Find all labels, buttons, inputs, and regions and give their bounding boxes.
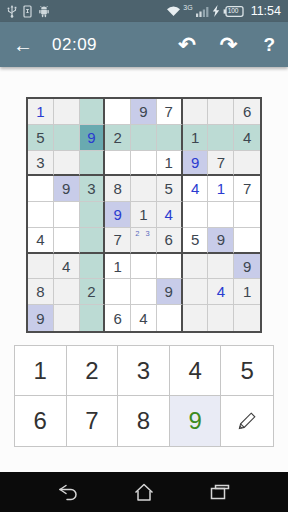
battery-level: 100 (228, 7, 239, 14)
sudoku-cell-r5c7[interactable] (183, 202, 209, 228)
sudoku-cell-r4c8[interactable]: 1 (208, 176, 234, 202)
sudoku-cell-r2c7[interactable]: 1 (183, 125, 209, 151)
sudoku-cell-r5c4[interactable]: 9 (105, 202, 131, 228)
game-timer: 02:09 (52, 35, 97, 55)
sudoku-cell-r8c2[interactable] (54, 279, 80, 305)
sudoku-cell-r2c2[interactable] (54, 125, 80, 151)
usb-icon (7, 5, 17, 18)
pencil-key[interactable] (221, 396, 273, 446)
sudoku-cell-r9c5[interactable]: 4 (131, 305, 157, 331)
sudoku-cell-r3c3[interactable] (80, 151, 106, 177)
sudoku-cell-r2c1[interactable]: 5 (28, 125, 54, 151)
status-time: 11:54 (251, 4, 281, 18)
sudoku-cell-r8c8[interactable]: 4 (208, 279, 234, 305)
nav-recents-button[interactable] (200, 472, 240, 512)
pencil-notes: 2 3 (131, 229, 156, 238)
sudoku-cell-r3c7[interactable]: 9 (183, 151, 209, 177)
sudoku-cell-r7c6[interactable] (157, 254, 183, 280)
sudoku-cell-r8c9[interactable]: 1 (234, 279, 260, 305)
android-nav-bar (0, 472, 288, 512)
sudoku-cell-r2c6[interactable] (157, 125, 183, 151)
sudoku-cell-r8c3[interactable]: 2 (80, 279, 106, 305)
sudoku-cell-r3c8[interactable]: 7 (208, 151, 234, 177)
sudoku-cell-r6c3[interactable] (80, 228, 106, 254)
sudoku-cell-r7c1[interactable] (28, 254, 54, 280)
sudoku-cell-r2c5[interactable] (131, 125, 157, 151)
sudoku-cell-r9c2[interactable] (54, 305, 80, 331)
keypad-key-2[interactable]: 2 (67, 346, 119, 396)
sudoku-cell-r5c1[interactable] (28, 202, 54, 228)
sudoku-cell-r7c9[interactable]: 9 (234, 254, 260, 280)
sudoku-cell-r9c3[interactable] (80, 305, 106, 331)
sudoku-cell-r7c2[interactable]: 4 (54, 254, 80, 280)
sudoku-cell-r4c3[interactable]: 3 (80, 176, 106, 202)
sudoku-cell-r4c7[interactable]: 4 (183, 176, 209, 202)
back-arrow-icon[interactable]: ← (13, 35, 33, 55)
sudoku-cell-r8c7[interactable] (183, 279, 209, 305)
sudoku-cell-r3c4[interactable] (105, 151, 131, 177)
sudoku-cell-r6c2[interactable] (54, 228, 80, 254)
sudoku-cell-r6c9[interactable] (234, 228, 260, 254)
sudoku-cell-r8c1[interactable]: 8 (28, 279, 54, 305)
sudoku-cell-r7c3[interactable] (80, 254, 106, 280)
adb-phone-icon (23, 5, 32, 18)
sudoku-cell-r6c7[interactable]: 5 (183, 228, 209, 254)
sudoku-cell-r7c5[interactable] (131, 254, 157, 280)
sudoku-cell-r1c3[interactable] (80, 99, 106, 125)
nav-home-button[interactable] (124, 472, 164, 512)
sudoku-cell-r6c5[interactable]: 2 3 (131, 228, 157, 254)
sudoku-cell-r9c9[interactable] (234, 305, 260, 331)
sudoku-cell-r3c2[interactable] (54, 151, 80, 177)
sudoku-cell-r8c4[interactable] (105, 279, 131, 305)
sudoku-cell-r5c8[interactable] (208, 202, 234, 228)
pencil-icon (235, 409, 259, 433)
network-type-label: 3G (183, 4, 192, 11)
signal-icon (196, 5, 209, 17)
sudoku-cell-r1c4[interactable] (105, 99, 131, 125)
sudoku-cell-r2c3[interactable]: 9 (80, 125, 106, 151)
keypad-key-8[interactable]: 8 (118, 396, 170, 446)
recents-icon (210, 484, 230, 501)
help-button[interactable]: ? (263, 34, 275, 56)
redo-icon[interactable]: ↷ (220, 34, 238, 55)
app-toolbar: ← 02:09 ↶ ↷ ? (0, 22, 288, 67)
sudoku-board: 19765921431979385417914472 3659419829419… (26, 97, 262, 333)
sudoku-cell-r6c4[interactable]: 7 (105, 228, 131, 254)
sudoku-cell-r6c1[interactable]: 4 (28, 228, 54, 254)
charging-icon (212, 5, 220, 17)
status-bar: 3G 100 11:54 (0, 0, 288, 22)
sudoku-cell-r1c2[interactable] (54, 99, 80, 125)
keypad-key-5[interactable]: 5 (221, 346, 273, 396)
sudoku-cell-r1c5[interactable]: 9 (131, 99, 157, 125)
nav-back-button[interactable] (48, 472, 88, 512)
android-icon (38, 5, 50, 18)
sudoku-cell-r5c3[interactable] (80, 202, 106, 228)
keypad-key-3[interactable]: 3 (118, 346, 170, 396)
sudoku-cell-r3c1[interactable]: 3 (28, 151, 54, 177)
undo-icon[interactable]: ↶ (178, 34, 196, 55)
keypad-key-6[interactable]: 6 (15, 396, 67, 446)
keypad-key-7[interactable]: 7 (67, 396, 119, 446)
sudoku-cell-r9c6[interactable] (157, 305, 183, 331)
wifi-icon (166, 5, 181, 17)
sudoku-cell-r1c7[interactable] (183, 99, 209, 125)
sudoku-cell-r5c2[interactable] (54, 202, 80, 228)
keypad-key-1[interactable]: 1 (15, 346, 67, 396)
sudoku-app-screen: 3G 100 11:54 ← (0, 0, 288, 512)
sudoku-cell-r1c1[interactable]: 1 (28, 99, 54, 125)
battery-icon: 100 (223, 6, 244, 17)
sudoku-cell-r2c9[interactable]: 4 (234, 125, 260, 151)
sudoku-cell-r3c5[interactable] (131, 151, 157, 177)
sudoku-cell-r4c4[interactable]: 8 (105, 176, 131, 202)
sudoku-cell-r5c9[interactable] (234, 202, 260, 228)
back-icon (57, 484, 79, 501)
sudoku-cell-r4c9[interactable]: 7 (234, 176, 260, 202)
sudoku-cell-r6c6[interactable]: 6 (157, 228, 183, 254)
sudoku-cell-r7c8[interactable] (208, 254, 234, 280)
sudoku-cell-r5c5[interactable]: 1 (131, 202, 157, 228)
sudoku-cell-r8c6[interactable]: 9 (157, 279, 183, 305)
sudoku-cell-r1c9[interactable]: 6 (234, 99, 260, 125)
sudoku-cell-r1c6[interactable]: 7 (157, 99, 183, 125)
sudoku-cell-r1c8[interactable] (208, 99, 234, 125)
keypad-key-9[interactable]: 9 (170, 396, 222, 446)
sudoku-cell-r2c8[interactable] (208, 125, 234, 151)
sudoku-cell-r9c4[interactable]: 6 (105, 305, 131, 331)
sudoku-cell-r5c6[interactable]: 4 (157, 202, 183, 228)
sudoku-cell-r9c7[interactable] (183, 305, 209, 331)
sudoku-cell-r3c6[interactable]: 1 (157, 151, 183, 177)
sudoku-cell-r6c8[interactable]: 9 (208, 228, 234, 254)
sudoku-cell-r9c8[interactable] (208, 305, 234, 331)
sudoku-cell-r3c9[interactable] (234, 151, 260, 177)
keypad-key-4[interactable]: 4 (170, 346, 222, 396)
sudoku-cell-r4c1[interactable] (28, 176, 54, 202)
sudoku-cell-r2c4[interactable]: 2 (105, 125, 131, 151)
sudoku-cell-r7c4[interactable]: 1 (105, 254, 131, 280)
keypad: 123456789 (14, 345, 274, 447)
home-icon (134, 483, 154, 502)
sudoku-cell-r4c2[interactable]: 9 (54, 176, 80, 202)
sudoku-cell-r8c5[interactable] (131, 279, 157, 305)
sudoku-cell-r9c1[interactable]: 9 (28, 305, 54, 331)
sudoku-cell-r7c7[interactable] (183, 254, 209, 280)
sudoku-cell-r4c5[interactable] (131, 176, 157, 202)
sudoku-cell-r4c6[interactable]: 5 (157, 176, 183, 202)
